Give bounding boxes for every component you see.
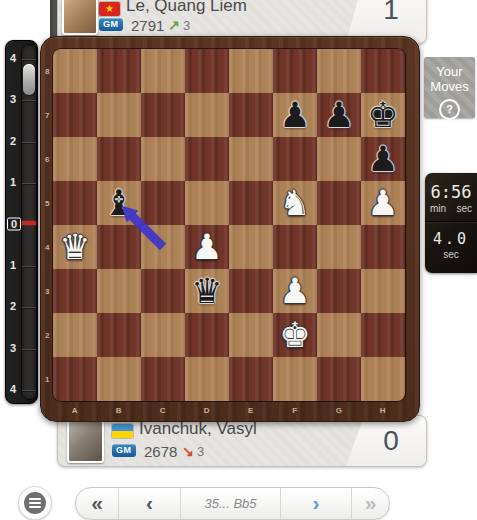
nav-next-move-button[interactable]: › — [280, 488, 351, 519]
square-e1[interactable] — [229, 357, 273, 401]
rank-label-1: 1 — [43, 375, 52, 384]
eval-label-white-2: 2 — [6, 135, 20, 146]
square-a5[interactable] — [53, 181, 97, 225]
square-c7[interactable] — [141, 93, 185, 137]
player-rating-bottom: 2678 — [144, 443, 177, 460]
score-area-bottom: 0 — [338, 416, 426, 466]
player-avatar-top — [62, 0, 98, 35]
square-d7[interactable] — [185, 93, 229, 137]
square-a1[interactable] — [53, 357, 97, 401]
square-g8[interactable] — [317, 49, 361, 93]
player-avatar-bottom — [67, 420, 104, 463]
square-b2[interactable] — [97, 313, 141, 357]
file-label-d: D — [185, 406, 229, 415]
clock-increment: 4.0 — [425, 222, 477, 248]
piece-black-pawn-f7[interactable]: ♟ — [273, 93, 317, 137]
eval-segment-line — [22, 349, 36, 350]
nav-current-move: 35... Bb5 — [180, 488, 280, 519]
your-moves-button[interactable]: Your Moves ? — [424, 57, 475, 118]
clock-min-label: min — [430, 203, 446, 214]
eval-label-white-3: 3 — [6, 94, 20, 105]
nav-first-move-button[interactable]: « — [76, 488, 118, 519]
piece-white-queen-a4[interactable]: ♛ — [53, 225, 97, 269]
piece-white-pawn-d4[interactable]: ♟ — [185, 225, 229, 269]
square-d6[interactable] — [185, 137, 229, 181]
square-e3[interactable] — [229, 269, 273, 313]
square-f1[interactable] — [273, 357, 317, 401]
square-d8[interactable] — [185, 49, 229, 93]
square-d5[interactable] — [185, 181, 229, 225]
clock-sec-label: sec — [456, 203, 472, 214]
rank-label-8: 8 — [43, 67, 52, 76]
player-score-bottom: 0 — [365, 425, 399, 457]
square-a7[interactable] — [53, 93, 97, 137]
square-g6[interactable] — [317, 137, 361, 181]
square-c4[interactable] — [141, 225, 185, 269]
evaluation-zero-marker — [22, 221, 36, 225]
player-bar-bottom: Ivanchuk, Vasyl GM 2678 ↘ 3 0 — [57, 415, 427, 467]
eval-segment-line — [22, 390, 36, 391]
player-score-top: 1 — [365, 0, 399, 26]
square-c3[interactable] — [141, 269, 185, 313]
square-g5[interactable] — [317, 181, 361, 225]
square-e6[interactable] — [229, 137, 273, 181]
square-c6[interactable] — [141, 137, 185, 181]
rank-label-5: 5 — [43, 199, 52, 208]
title-badge-bottom: GM — [112, 444, 136, 457]
evaluation-thumb — [23, 64, 35, 95]
square-a2[interactable] — [53, 313, 97, 357]
eval-label-white-4: 4 — [6, 53, 20, 64]
piece-black-pawn-g7[interactable]: ♟ — [317, 93, 361, 137]
eval-label-black-2: 2 — [6, 301, 20, 312]
piece-white-pawn-h5[interactable]: ♟ — [361, 181, 405, 225]
square-b7[interactable] — [97, 93, 141, 137]
ukraine-flag-icon — [112, 424, 133, 438]
evaluation-track — [21, 44, 37, 400]
square-g2[interactable] — [317, 313, 361, 357]
player-name-top: Le, Quang Liem — [126, 0, 247, 16]
rank-label-6: 6 — [43, 155, 52, 164]
rank-label-3: 3 — [43, 287, 52, 296]
vietnam-flag-icon: ★ — [99, 2, 120, 16]
rank-label-4: 4 — [43, 243, 52, 252]
eval-segment-line — [22, 59, 36, 60]
rank-label-2: 2 — [43, 331, 52, 340]
square-h4[interactable] — [361, 225, 405, 269]
square-e4[interactable] — [229, 225, 273, 269]
file-label-c: C — [141, 406, 185, 415]
clock-main-time: 6:56 — [425, 173, 477, 202]
clock-increment-label: sec — [425, 249, 477, 260]
square-h3[interactable] — [361, 269, 405, 313]
square-c1[interactable] — [141, 357, 185, 401]
square-h1[interactable] — [361, 357, 405, 401]
move-navigation-bar: « ‹ 35... Bb5 › » — [75, 487, 390, 520]
help-question-icon[interactable]: ? — [439, 99, 460, 120]
square-h8[interactable] — [361, 49, 405, 93]
square-c2[interactable] — [141, 313, 185, 357]
evaluation-bar: 432101234 — [5, 40, 38, 404]
square-e5[interactable] — [229, 181, 273, 225]
eval-label-black-1: 1 — [6, 259, 20, 270]
piece-white-knight-f5[interactable]: ♞ — [273, 181, 317, 225]
rating-trend-value-bottom: 3 — [197, 444, 204, 459]
piece-white-pawn-f3[interactable]: ♟ — [273, 269, 317, 313]
rating-trend-value-top: 3 — [183, 18, 190, 33]
piece-black-pawn-h6[interactable]: ♟ — [361, 137, 405, 181]
square-b6[interactable] — [97, 137, 141, 181]
rating-up-arrow-icon: ↗ — [168, 17, 180, 33]
eval-segment-line — [22, 142, 36, 143]
player-name-bottom: Ivanchuk, Vasyl — [139, 419, 257, 439]
player-rating-top: 2791 — [131, 17, 164, 34]
flag-blue-stripe — [112, 424, 133, 431]
square-h2[interactable] — [361, 313, 405, 357]
square-c5[interactable] — [141, 181, 185, 225]
square-b4[interactable] — [97, 225, 141, 269]
file-label-g: G — [317, 406, 361, 415]
square-e8[interactable] — [229, 49, 273, 93]
square-c8[interactable] — [141, 49, 185, 93]
flag-star: ★ — [105, 4, 114, 14]
square-g1[interactable] — [317, 357, 361, 401]
square-b3[interactable] — [97, 269, 141, 313]
piece-black-king-h7[interactable]: ♚ — [361, 93, 405, 137]
last-move-icon: » — [365, 492, 377, 513]
title-badge-top: GM — [99, 18, 123, 31]
eval-label-black-4: 4 — [6, 384, 20, 395]
file-label-a: A — [53, 406, 97, 415]
your-moves-label-line1: Your — [424, 64, 475, 79]
square-f6[interactable] — [273, 137, 317, 181]
next-move-icon: › — [313, 492, 320, 513]
flag-yellow-stripe — [112, 431, 133, 438]
square-f8[interactable] — [273, 49, 317, 93]
previous-move-icon: ‹ — [146, 492, 153, 513]
square-a6[interactable] — [53, 137, 97, 181]
file-label-b: B — [97, 406, 141, 415]
eval-segment-line — [22, 307, 36, 308]
rating-down-arrow-icon: ↘ — [182, 443, 194, 459]
piece-black-bishop-b5[interactable]: ♝ — [97, 181, 141, 225]
chess-board-frame: 87654321ABCDEFGH ♟♟♚♟♝♞♟♛♟♛♟♚ — [40, 36, 420, 422]
eval-label-0: 0 — [7, 217, 21, 230]
menu-button[interactable] — [18, 486, 52, 520]
square-e2[interactable] — [229, 313, 273, 357]
square-e7[interactable] — [229, 93, 273, 137]
hamburger-menu-icon — [24, 492, 46, 514]
square-b8[interactable] — [97, 49, 141, 93]
square-a8[interactable] — [53, 49, 97, 93]
square-a3[interactable] — [53, 269, 97, 313]
square-b1[interactable] — [97, 357, 141, 401]
eval-segment-line — [22, 266, 36, 267]
current-move-label: 35... Bb5 — [204, 496, 256, 511]
eval-label-black-3: 3 — [6, 342, 20, 353]
piece-white-king-f2[interactable]: ♚ — [273, 313, 317, 357]
nav-last-move-button[interactable]: » — [351, 488, 389, 519]
eval-segment-line — [22, 183, 36, 184]
square-f4[interactable] — [273, 225, 317, 269]
file-label-f: F — [273, 406, 317, 415]
square-d1[interactable] — [185, 357, 229, 401]
rank-label-7: 7 — [43, 111, 52, 120]
game-clock: 6:56 min sec 4.0 sec — [425, 173, 477, 273]
file-label-h: H — [361, 406, 405, 415]
square-g3[interactable] — [317, 269, 361, 313]
square-d2[interactable] — [185, 313, 229, 357]
eval-label-white-1: 1 — [6, 177, 20, 188]
square-g4[interactable] — [317, 225, 361, 269]
nav-previous-move-button[interactable]: ‹ — [118, 488, 180, 519]
piece-black-queen-d3[interactable]: ♛ — [185, 269, 229, 313]
first-move-icon: « — [91, 492, 103, 513]
your-moves-label-line2: Moves — [424, 79, 475, 94]
file-label-e: E — [229, 406, 273, 415]
eval-segment-line — [22, 100, 36, 101]
